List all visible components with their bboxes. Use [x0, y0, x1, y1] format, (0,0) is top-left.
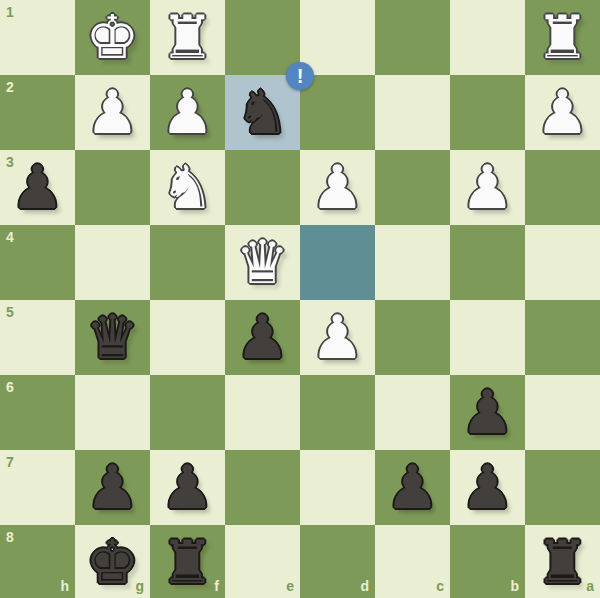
- square-b2[interactable]: [450, 75, 525, 150]
- white-pawn[interactable]: ♟: [311, 300, 365, 375]
- black-pawn[interactable]: ♟: [461, 450, 515, 525]
- black-knight[interactable]: ♞: [236, 75, 290, 150]
- square-h4[interactable]: 4: [0, 225, 75, 300]
- square-c3[interactable]: [375, 150, 450, 225]
- square-c8[interactable]: c: [375, 525, 450, 598]
- square-b7[interactable]: ♟: [450, 450, 525, 525]
- square-c1[interactable]: [375, 0, 450, 75]
- black-pawn[interactable]: ♟: [11, 150, 65, 225]
- square-h1[interactable]: 1: [0, 0, 75, 75]
- file-label-c: c: [436, 578, 444, 594]
- black-pawn[interactable]: ♟: [236, 300, 290, 375]
- square-e7[interactable]: [225, 450, 300, 525]
- square-d8[interactable]: d: [300, 525, 375, 598]
- square-d7[interactable]: [300, 450, 375, 525]
- rank-label-5: 5: [6, 304, 14, 320]
- black-king[interactable]: ♚: [86, 525, 140, 598]
- file-label-f: f: [214, 578, 219, 594]
- black-pawn[interactable]: ♟: [86, 450, 140, 525]
- square-e5[interactable]: ♟: [225, 300, 300, 375]
- file-label-d: d: [360, 578, 369, 594]
- square-h7[interactable]: 7: [0, 450, 75, 525]
- white-rook[interactable]: ♜: [536, 0, 590, 75]
- square-h8[interactable]: 8h: [0, 525, 75, 598]
- black-rook[interactable]: ♜: [161, 525, 215, 598]
- square-f1[interactable]: ♜: [150, 0, 225, 75]
- square-a4[interactable]: [525, 225, 600, 300]
- white-pawn[interactable]: ♟: [161, 75, 215, 150]
- square-a3[interactable]: [525, 150, 600, 225]
- square-c2[interactable]: [375, 75, 450, 150]
- square-d6[interactable]: [300, 375, 375, 450]
- square-e3[interactable]: [225, 150, 300, 225]
- square-f6[interactable]: [150, 375, 225, 450]
- square-f5[interactable]: [150, 300, 225, 375]
- white-pawn[interactable]: ♟: [311, 150, 365, 225]
- rank-label-6: 6: [6, 379, 14, 395]
- square-g1[interactable]: ♚: [75, 0, 150, 75]
- square-h3[interactable]: 3♟: [0, 150, 75, 225]
- white-pawn[interactable]: ♟: [536, 75, 590, 150]
- black-pawn[interactable]: ♟: [161, 450, 215, 525]
- square-f3[interactable]: ♞: [150, 150, 225, 225]
- square-h6[interactable]: 6: [0, 375, 75, 450]
- white-rook[interactable]: ♜: [161, 0, 215, 75]
- square-e8[interactable]: e: [225, 525, 300, 598]
- square-d5[interactable]: ♟: [300, 300, 375, 375]
- square-e6[interactable]: [225, 375, 300, 450]
- square-c5[interactable]: [375, 300, 450, 375]
- square-e1[interactable]: [225, 0, 300, 75]
- square-b5[interactable]: [450, 300, 525, 375]
- square-g5[interactable]: ♛: [75, 300, 150, 375]
- chess-board: ! 1♚♜♜2♟♟♞♟3♟♞♟♟4♛5♛♟♟6♟7♟♟♟♟8hg♚f♜edcba…: [0, 0, 600, 598]
- square-e2[interactable]: ♞: [225, 75, 300, 150]
- white-king[interactable]: ♚: [86, 0, 140, 75]
- square-a5[interactable]: [525, 300, 600, 375]
- square-g7[interactable]: ♟: [75, 450, 150, 525]
- rank-label-4: 4: [6, 229, 14, 245]
- square-f2[interactable]: ♟: [150, 75, 225, 150]
- square-b3[interactable]: ♟: [450, 150, 525, 225]
- square-a1[interactable]: ♜: [525, 0, 600, 75]
- square-a8[interactable]: a♜: [525, 525, 600, 598]
- rank-label-2: 2: [6, 79, 14, 95]
- square-h5[interactable]: 5: [0, 300, 75, 375]
- square-e4[interactable]: ♛: [225, 225, 300, 300]
- square-d2[interactable]: [300, 75, 375, 150]
- square-a7[interactable]: [525, 450, 600, 525]
- rank-label-1: 1: [6, 4, 14, 20]
- file-label-b: b: [510, 578, 519, 594]
- square-b6[interactable]: ♟: [450, 375, 525, 450]
- square-f7[interactable]: ♟: [150, 450, 225, 525]
- file-label-h: h: [60, 578, 69, 594]
- square-c7[interactable]: ♟: [375, 450, 450, 525]
- square-b8[interactable]: b: [450, 525, 525, 598]
- square-g3[interactable]: [75, 150, 150, 225]
- square-b4[interactable]: [450, 225, 525, 300]
- white-queen[interactable]: ♛: [236, 225, 290, 300]
- square-g6[interactable]: [75, 375, 150, 450]
- rank-label-8: 8: [6, 529, 14, 545]
- square-d1[interactable]: [300, 0, 375, 75]
- great-move-badge: !: [286, 62, 314, 90]
- square-f4[interactable]: [150, 225, 225, 300]
- rank-label-7: 7: [6, 454, 14, 470]
- black-pawn[interactable]: ♟: [461, 375, 515, 450]
- square-g8[interactable]: g♚: [75, 525, 150, 598]
- black-queen[interactable]: ♛: [86, 300, 140, 375]
- white-pawn[interactable]: ♟: [461, 150, 515, 225]
- square-a6[interactable]: [525, 375, 600, 450]
- black-pawn[interactable]: ♟: [386, 450, 440, 525]
- black-rook[interactable]: ♜: [536, 525, 590, 598]
- square-b1[interactable]: [450, 0, 525, 75]
- square-a2[interactable]: ♟: [525, 75, 600, 150]
- square-c6[interactable]: [375, 375, 450, 450]
- white-pawn[interactable]: ♟: [86, 75, 140, 150]
- square-h2[interactable]: 2: [0, 75, 75, 150]
- square-g4[interactable]: [75, 225, 150, 300]
- great-move-exclamation: !: [297, 65, 304, 87]
- square-g2[interactable]: ♟: [75, 75, 150, 150]
- white-knight[interactable]: ♞: [161, 150, 215, 225]
- square-f8[interactable]: f♜: [150, 525, 225, 598]
- square-d3[interactable]: ♟: [300, 150, 375, 225]
- square-d4[interactable]: [300, 225, 375, 300]
- file-label-e: e: [286, 578, 294, 594]
- square-c4[interactable]: [375, 225, 450, 300]
